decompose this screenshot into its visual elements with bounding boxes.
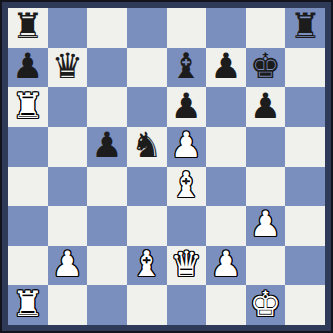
piece-white-queen-e2[interactable]: ♛ xyxy=(171,247,202,282)
square-c1[interactable] xyxy=(87,285,127,325)
square-g4[interactable] xyxy=(246,167,286,207)
piece-black-bishop-e7[interactable]: ♝ xyxy=(171,49,202,84)
square-b8[interactable] xyxy=(48,8,88,48)
square-f8[interactable] xyxy=(206,8,246,48)
square-g7[interactable]: ♚ xyxy=(246,48,286,88)
square-h1[interactable] xyxy=(285,285,325,325)
piece-white-bishop-d2[interactable]: ♝ xyxy=(131,247,162,282)
square-g8[interactable] xyxy=(246,8,286,48)
square-a5[interactable] xyxy=(8,127,48,167)
piece-white-rook-a6[interactable]: ♜ xyxy=(12,89,43,124)
square-d8[interactable] xyxy=(127,8,167,48)
square-g3[interactable]: ♟ xyxy=(246,206,286,246)
square-h6[interactable] xyxy=(285,87,325,127)
square-h3[interactable] xyxy=(285,206,325,246)
square-e8[interactable] xyxy=(167,8,207,48)
square-c4[interactable] xyxy=(87,167,127,207)
piece-black-pawn-a7[interactable]: ♟ xyxy=(12,49,43,84)
piece-white-pawn-b2[interactable]: ♟ xyxy=(52,247,83,282)
square-e1[interactable] xyxy=(167,285,207,325)
square-f2[interactable]: ♟ xyxy=(206,246,246,286)
square-f4[interactable] xyxy=(206,167,246,207)
piece-black-pawn-e6[interactable]: ♟ xyxy=(171,89,202,124)
square-h5[interactable] xyxy=(285,127,325,167)
piece-white-pawn-e5[interactable]: ♟ xyxy=(171,128,202,163)
square-h8[interactable]: ♜ xyxy=(285,8,325,48)
square-g1[interactable]: ♚ xyxy=(246,285,286,325)
piece-black-king-g7[interactable]: ♚ xyxy=(250,49,281,84)
square-g2[interactable] xyxy=(246,246,286,286)
square-e5[interactable]: ♟ xyxy=(167,127,207,167)
square-d5[interactable]: ♞ xyxy=(127,127,167,167)
square-a6[interactable]: ♜ xyxy=(8,87,48,127)
square-a8[interactable]: ♜ xyxy=(8,8,48,48)
square-f7[interactable]: ♟ xyxy=(206,48,246,88)
square-a1[interactable]: ♜ xyxy=(8,285,48,325)
piece-white-pawn-g3[interactable]: ♟ xyxy=(250,207,281,242)
chess-board-container: ♜♜♟♛♝♟♚♜♟♟♟♞♟♝♟♟♝♛♟♜♚ xyxy=(0,0,333,333)
square-d7[interactable] xyxy=(127,48,167,88)
square-e3[interactable] xyxy=(167,206,207,246)
square-c3[interactable] xyxy=(87,206,127,246)
square-h7[interactable] xyxy=(285,48,325,88)
square-f1[interactable] xyxy=(206,285,246,325)
square-d6[interactable] xyxy=(127,87,167,127)
square-h2[interactable] xyxy=(285,246,325,286)
chess-board: ♜♜♟♛♝♟♚♜♟♟♟♞♟♝♟♟♝♛♟♜♚ xyxy=(8,8,325,325)
piece-black-pawn-g6[interactable]: ♟ xyxy=(250,89,281,124)
square-b2[interactable]: ♟ xyxy=(48,246,88,286)
piece-black-pawn-c5[interactable]: ♟ xyxy=(91,128,122,163)
square-g5[interactable] xyxy=(246,127,286,167)
piece-black-rook-a8[interactable]: ♜ xyxy=(12,9,43,44)
square-f6[interactable] xyxy=(206,87,246,127)
square-a2[interactable] xyxy=(8,246,48,286)
square-f5[interactable] xyxy=(206,127,246,167)
square-c2[interactable] xyxy=(87,246,127,286)
piece-white-rook-a1[interactable]: ♜ xyxy=(12,287,43,322)
square-e2[interactable]: ♛ xyxy=(167,246,207,286)
square-g6[interactable]: ♟ xyxy=(246,87,286,127)
square-f3[interactable] xyxy=(206,206,246,246)
square-e4[interactable]: ♝ xyxy=(167,167,207,207)
square-b3[interactable] xyxy=(48,206,88,246)
square-c8[interactable] xyxy=(87,8,127,48)
square-b6[interactable] xyxy=(48,87,88,127)
square-b7[interactable]: ♛ xyxy=(48,48,88,88)
square-b5[interactable] xyxy=(48,127,88,167)
piece-white-king-g1[interactable]: ♚ xyxy=(250,287,281,322)
piece-white-pawn-f2[interactable]: ♟ xyxy=(210,247,241,282)
square-c7[interactable] xyxy=(87,48,127,88)
square-c5[interactable]: ♟ xyxy=(87,127,127,167)
square-e6[interactable]: ♟ xyxy=(167,87,207,127)
square-d4[interactable] xyxy=(127,167,167,207)
piece-black-queen-b7[interactable]: ♛ xyxy=(52,49,83,84)
piece-black-pawn-f7[interactable]: ♟ xyxy=(210,49,241,84)
square-d3[interactable] xyxy=(127,206,167,246)
square-d1[interactable] xyxy=(127,285,167,325)
piece-white-bishop-e4[interactable]: ♝ xyxy=(171,168,202,203)
square-h4[interactable] xyxy=(285,167,325,207)
square-b4[interactable] xyxy=(48,167,88,207)
square-c6[interactable] xyxy=(87,87,127,127)
square-a7[interactable]: ♟ xyxy=(8,48,48,88)
square-e7[interactable]: ♝ xyxy=(167,48,207,88)
piece-black-knight-d5[interactable]: ♞ xyxy=(131,128,162,163)
square-b1[interactable] xyxy=(48,285,88,325)
square-a3[interactable] xyxy=(8,206,48,246)
square-a4[interactable] xyxy=(8,167,48,207)
piece-black-rook-h8[interactable]: ♜ xyxy=(289,9,320,44)
square-d2[interactable]: ♝ xyxy=(127,246,167,286)
